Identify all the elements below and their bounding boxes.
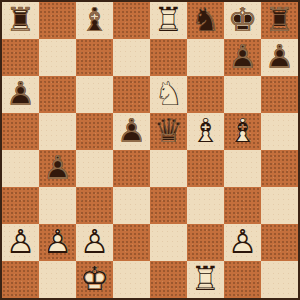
square-b4[interactable]: ♟♙: [39, 150, 76, 187]
square-g3[interactable]: [224, 187, 261, 224]
square-c3[interactable]: [76, 187, 113, 224]
square-h5[interactable]: [261, 113, 298, 150]
square-d1[interactable]: [113, 261, 150, 298]
white-pawn-icon: ♟♙: [2, 224, 39, 261]
square-c4[interactable]: [76, 150, 113, 187]
white-rook-icon: ♜♖: [187, 261, 224, 298]
square-g8[interactable]: ♚♔: [224, 2, 261, 39]
square-d5[interactable]: ♟♙: [113, 113, 150, 150]
square-a4[interactable]: [2, 150, 39, 187]
square-g6[interactable]: [224, 76, 261, 113]
square-g1[interactable]: [224, 261, 261, 298]
square-g5[interactable]: ♝♗: [224, 113, 261, 150]
square-a6[interactable]: ♟♙: [2, 76, 39, 113]
square-h8[interactable]: ♜♖: [261, 2, 298, 39]
square-b7[interactable]: [39, 39, 76, 76]
square-e6[interactable]: ♞♘: [150, 76, 187, 113]
black-bishop-icon: ♝♗: [76, 2, 113, 39]
square-e8[interactable]: ♜♖: [150, 2, 187, 39]
square-d6[interactable]: [113, 76, 150, 113]
square-h1[interactable]: [261, 261, 298, 298]
square-e1[interactable]: [150, 261, 187, 298]
black-rook-icon: ♜♖: [2, 2, 39, 39]
square-c8[interactable]: ♝♗: [76, 2, 113, 39]
square-c2[interactable]: ♟♙: [76, 224, 113, 261]
square-d4[interactable]: [113, 150, 150, 187]
square-f6[interactable]: [187, 76, 224, 113]
black-king-icon: ♚♔: [224, 2, 261, 39]
square-h6[interactable]: [261, 76, 298, 113]
square-f1[interactable]: ♜♖: [187, 261, 224, 298]
square-e7[interactable]: [150, 39, 187, 76]
square-c5[interactable]: [76, 113, 113, 150]
square-b8[interactable]: [39, 2, 76, 39]
square-a7[interactable]: [2, 39, 39, 76]
square-f7[interactable]: [187, 39, 224, 76]
square-h4[interactable]: [261, 150, 298, 187]
square-f4[interactable]: [187, 150, 224, 187]
square-c1[interactable]: ♚♔: [76, 261, 113, 298]
black-pawn-icon: ♟♙: [113, 113, 150, 150]
black-rook-icon: ♜♖: [261, 2, 298, 39]
black-pawn-icon: ♟♙: [261, 39, 298, 76]
square-a8[interactable]: ♜♖: [2, 2, 39, 39]
square-f2[interactable]: [187, 224, 224, 261]
square-b6[interactable]: [39, 76, 76, 113]
square-a2[interactable]: ♟♙: [2, 224, 39, 261]
white-knight-icon: ♞♘: [150, 76, 187, 113]
black-pawn-icon: ♟♙: [2, 76, 39, 113]
square-f8[interactable]: ♞♘: [187, 2, 224, 39]
square-g2[interactable]: ♟♙: [224, 224, 261, 261]
square-f5[interactable]: ♝♗: [187, 113, 224, 150]
black-pawn-icon: ♟♙: [224, 39, 261, 76]
white-king-icon: ♚♔: [76, 261, 113, 298]
black-knight-icon: ♞♘: [187, 2, 224, 39]
square-h7[interactable]: ♟♙: [261, 39, 298, 76]
square-g4[interactable]: [224, 150, 261, 187]
square-e4[interactable]: [150, 150, 187, 187]
square-d7[interactable]: [113, 39, 150, 76]
square-c6[interactable]: [76, 76, 113, 113]
white-bishop-icon: ♝♗: [224, 113, 261, 150]
white-bishop-icon: ♝♗: [187, 113, 224, 150]
square-g7[interactable]: ♟♙: [224, 39, 261, 76]
square-b3[interactable]: [39, 187, 76, 224]
square-a1[interactable]: [2, 261, 39, 298]
square-d2[interactable]: [113, 224, 150, 261]
square-h3[interactable]: [261, 187, 298, 224]
white-pawn-icon: ♟♙: [224, 224, 261, 261]
square-a3[interactable]: [2, 187, 39, 224]
square-e3[interactable]: [150, 187, 187, 224]
square-a5[interactable]: [2, 113, 39, 150]
black-queen-icon: ♛♕: [150, 113, 187, 150]
square-b5[interactable]: [39, 113, 76, 150]
square-b1[interactable]: [39, 261, 76, 298]
square-e5[interactable]: ♛♕: [150, 113, 187, 150]
square-h2[interactable]: [261, 224, 298, 261]
black-pawn-icon: ♟♙: [39, 150, 76, 187]
square-b2[interactable]: ♟♙: [39, 224, 76, 261]
square-d3[interactable]: [113, 187, 150, 224]
white-rook-icon: ♜♖: [150, 2, 187, 39]
square-d8[interactable]: [113, 2, 150, 39]
chess-board: ♜♖♝♗♜♖♞♘♚♔♜♖♟♙♟♙♟♙♞♘♟♙♛♕♝♗♝♗♟♙♟♙♟♙♟♙♟♙♚♔…: [0, 0, 300, 300]
square-e2[interactable]: [150, 224, 187, 261]
square-c7[interactable]: [76, 39, 113, 76]
white-pawn-icon: ♟♙: [76, 224, 113, 261]
white-pawn-icon: ♟♙: [39, 224, 76, 261]
square-f3[interactable]: [187, 187, 224, 224]
